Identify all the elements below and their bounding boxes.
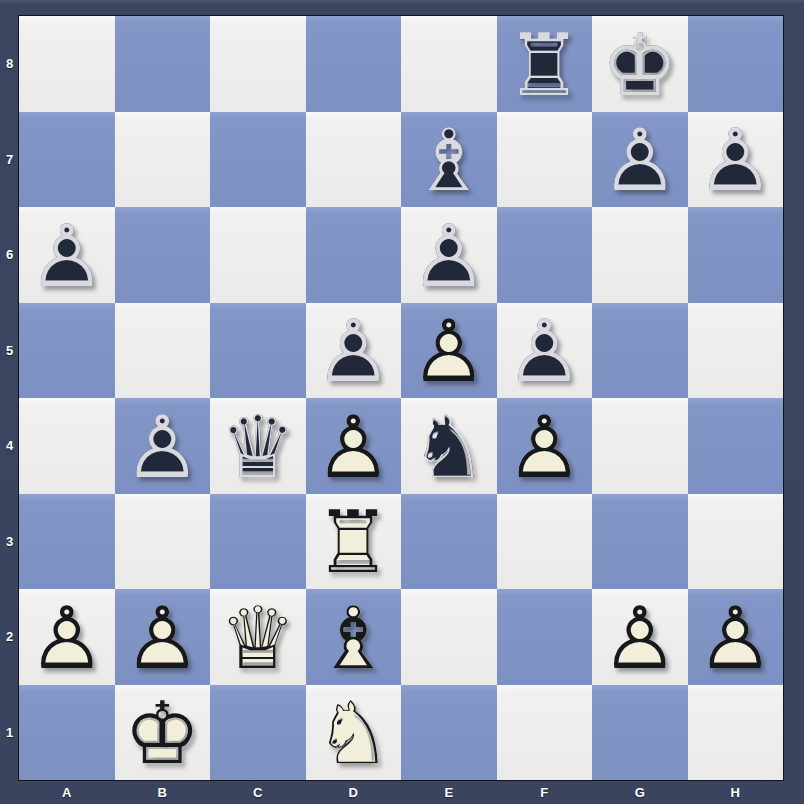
square-d5[interactable]: ♟♙ bbox=[306, 303, 402, 399]
white-pawn[interactable]: ♟♙ bbox=[401, 303, 497, 399]
square-h2[interactable]: ♟♙ bbox=[688, 589, 784, 685]
square-d8[interactable] bbox=[306, 16, 402, 112]
black-pawn[interactable]: ♟♙ bbox=[115, 398, 211, 494]
square-g3[interactable] bbox=[592, 494, 688, 590]
rank-label-2: 2 bbox=[0, 589, 19, 685]
black-pawn[interactable]: ♟♙ bbox=[592, 112, 688, 208]
square-h8[interactable] bbox=[688, 16, 784, 112]
piece-outline: ♗ bbox=[306, 589, 402, 685]
square-b5[interactable] bbox=[115, 303, 211, 399]
piece-outline: ♙ bbox=[115, 589, 211, 685]
square-c3[interactable] bbox=[210, 494, 306, 590]
square-c4[interactable]: ♛♕ bbox=[210, 398, 306, 494]
piece-outline: ♘ bbox=[401, 398, 497, 494]
square-f1[interactable] bbox=[497, 685, 593, 781]
square-a3[interactable] bbox=[19, 494, 115, 590]
square-e6[interactable]: ♟♙ bbox=[401, 207, 497, 303]
square-d7[interactable] bbox=[306, 112, 402, 208]
piece-outline: ♕ bbox=[210, 398, 306, 494]
square-f2[interactable] bbox=[497, 589, 593, 685]
board-frame: 87654321 ♜♖♚♔♝♗♟♙♟♙♟♙♟♙♟♙♟♙♟♙♟♙♛♕♟♙♞♘♟♙♜… bbox=[0, 0, 804, 804]
square-c6[interactable] bbox=[210, 207, 306, 303]
white-pawn[interactable]: ♟♙ bbox=[497, 398, 593, 494]
square-e8[interactable] bbox=[401, 16, 497, 112]
black-pawn[interactable]: ♟♙ bbox=[19, 207, 115, 303]
file-label-e: E bbox=[401, 780, 497, 804]
piece-outline: ♔ bbox=[115, 685, 211, 781]
piece-outline: ♙ bbox=[592, 112, 688, 208]
square-h4[interactable] bbox=[688, 398, 784, 494]
file-label-b: B bbox=[115, 780, 211, 804]
rank-labels: 87654321 bbox=[0, 16, 19, 780]
square-f7[interactable] bbox=[497, 112, 593, 208]
square-d2[interactable]: ♝♗ bbox=[306, 589, 402, 685]
square-f5[interactable]: ♟♙ bbox=[497, 303, 593, 399]
piece-outline: ♙ bbox=[592, 589, 688, 685]
square-a4[interactable] bbox=[19, 398, 115, 494]
piece-outline: ♙ bbox=[497, 303, 593, 399]
square-c1[interactable] bbox=[210, 685, 306, 781]
square-h3[interactable] bbox=[688, 494, 784, 590]
square-h1[interactable] bbox=[688, 685, 784, 781]
black-pawn[interactable]: ♟♙ bbox=[401, 207, 497, 303]
square-f6[interactable] bbox=[497, 207, 593, 303]
square-a5[interactable] bbox=[19, 303, 115, 399]
square-g1[interactable] bbox=[592, 685, 688, 781]
square-a8[interactable] bbox=[19, 16, 115, 112]
piece-outline: ♙ bbox=[401, 303, 497, 399]
piece-outline: ♙ bbox=[19, 589, 115, 685]
square-g4[interactable] bbox=[592, 398, 688, 494]
square-g7[interactable]: ♟♙ bbox=[592, 112, 688, 208]
square-f3[interactable] bbox=[497, 494, 593, 590]
square-b3[interactable] bbox=[115, 494, 211, 590]
black-pawn[interactable]: ♟♙ bbox=[688, 112, 784, 208]
square-b4[interactable]: ♟♙ bbox=[115, 398, 211, 494]
piece-outline: ♔ bbox=[592, 16, 688, 112]
square-c8[interactable] bbox=[210, 16, 306, 112]
file-label-h: H bbox=[688, 780, 784, 804]
black-bishop[interactable]: ♝♗ bbox=[401, 112, 497, 208]
rank-label-4: 4 bbox=[0, 398, 19, 494]
square-f4[interactable]: ♟♙ bbox=[497, 398, 593, 494]
square-c7[interactable] bbox=[210, 112, 306, 208]
white-pawn[interactable]: ♟♙ bbox=[688, 589, 784, 685]
square-a1[interactable] bbox=[19, 685, 115, 781]
square-e1[interactable] bbox=[401, 685, 497, 781]
square-b2[interactable]: ♟♙ bbox=[115, 589, 211, 685]
square-c2[interactable]: ♛♕ bbox=[210, 589, 306, 685]
rank-label-7: 7 bbox=[0, 112, 19, 208]
square-f8[interactable]: ♜♖ bbox=[497, 16, 593, 112]
square-g5[interactable] bbox=[592, 303, 688, 399]
black-pawn[interactable]: ♟♙ bbox=[497, 303, 593, 399]
black-pawn[interactable]: ♟♙ bbox=[306, 303, 402, 399]
rank-label-1: 1 bbox=[0, 685, 19, 781]
white-rook[interactable]: ♜♖ bbox=[306, 494, 402, 590]
square-a7[interactable] bbox=[19, 112, 115, 208]
square-d1[interactable]: ♞♘ bbox=[306, 685, 402, 781]
square-h5[interactable] bbox=[688, 303, 784, 399]
file-label-a: A bbox=[19, 780, 115, 804]
black-queen[interactable]: ♛♕ bbox=[210, 398, 306, 494]
square-e4[interactable]: ♞♘ bbox=[401, 398, 497, 494]
square-g2[interactable]: ♟♙ bbox=[592, 589, 688, 685]
square-a6[interactable]: ♟♙ bbox=[19, 207, 115, 303]
piece-outline: ♙ bbox=[497, 398, 593, 494]
piece-outline: ♕ bbox=[210, 589, 306, 685]
piece-outline: ♙ bbox=[401, 207, 497, 303]
file-label-g: G bbox=[592, 780, 688, 804]
piece-outline: ♙ bbox=[688, 589, 784, 685]
square-e5[interactable]: ♟♙ bbox=[401, 303, 497, 399]
rank-label-5: 5 bbox=[0, 303, 19, 399]
rank-label-3: 3 bbox=[0, 494, 19, 590]
square-a2[interactable]: ♟♙ bbox=[19, 589, 115, 685]
white-pawn[interactable]: ♟♙ bbox=[592, 589, 688, 685]
rank-label-6: 6 bbox=[0, 207, 19, 303]
square-b1[interactable]: ♚♔ bbox=[115, 685, 211, 781]
square-h7[interactable]: ♟♙ bbox=[688, 112, 784, 208]
square-e7[interactable]: ♝♗ bbox=[401, 112, 497, 208]
square-h6[interactable] bbox=[688, 207, 784, 303]
square-d6[interactable] bbox=[306, 207, 402, 303]
black-king[interactable]: ♚♔ bbox=[592, 16, 688, 112]
piece-outline: ♘ bbox=[306, 685, 402, 781]
square-e2[interactable] bbox=[401, 589, 497, 685]
square-b7[interactable] bbox=[115, 112, 211, 208]
piece-outline: ♙ bbox=[306, 398, 402, 494]
file-labels: ABCDEFGH bbox=[19, 780, 783, 804]
file-label-f: F bbox=[497, 780, 593, 804]
piece-outline: ♙ bbox=[306, 303, 402, 399]
file-label-d: D bbox=[306, 780, 402, 804]
square-e3[interactable] bbox=[401, 494, 497, 590]
square-d3[interactable]: ♜♖ bbox=[306, 494, 402, 590]
black-rook[interactable]: ♜♖ bbox=[497, 16, 593, 112]
black-knight[interactable]: ♞♘ bbox=[401, 398, 497, 494]
piece-outline: ♙ bbox=[115, 398, 211, 494]
square-b8[interactable] bbox=[115, 16, 211, 112]
piece-outline: ♗ bbox=[401, 112, 497, 208]
piece-outline: ♙ bbox=[688, 112, 784, 208]
white-queen[interactable]: ♛♕ bbox=[210, 589, 306, 685]
piece-outline: ♖ bbox=[497, 16, 593, 112]
piece-outline: ♖ bbox=[306, 494, 402, 590]
square-d4[interactable]: ♟♙ bbox=[306, 398, 402, 494]
white-knight[interactable]: ♞♘ bbox=[306, 685, 402, 781]
white-pawn[interactable]: ♟♙ bbox=[19, 589, 115, 685]
white-pawn[interactable]: ♟♙ bbox=[115, 589, 211, 685]
rank-label-8: 8 bbox=[0, 16, 19, 112]
board: ♜♖♚♔♝♗♟♙♟♙♟♙♟♙♟♙♟♙♟♙♟♙♛♕♟♙♞♘♟♙♜♖♟♙♟♙♛♕♝♗… bbox=[19, 16, 783, 780]
square-c5[interactable] bbox=[210, 303, 306, 399]
white-bishop[interactable]: ♝♗ bbox=[306, 589, 402, 685]
square-g8[interactable]: ♚♔ bbox=[592, 16, 688, 112]
square-b6[interactable] bbox=[115, 207, 211, 303]
white-pawn[interactable]: ♟♙ bbox=[306, 398, 402, 494]
piece-outline: ♙ bbox=[19, 207, 115, 303]
file-label-c: C bbox=[210, 780, 306, 804]
square-g6[interactable] bbox=[592, 207, 688, 303]
white-king[interactable]: ♚♔ bbox=[115, 685, 211, 781]
